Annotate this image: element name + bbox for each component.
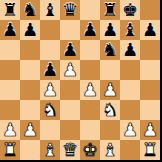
chess-board: ♜♞♝♛♜♚♟♟♟♟♝♟♟♞♟♟♟♟♟♟♞♞♟♟♟♟♜♝♛♚♝♜ [0, 0, 160, 160]
square-e5[interactable] [80, 60, 100, 80]
white-pawn-b2[interactable]: ♟ [22, 120, 38, 140]
white-queen-d1[interactable]: ♛ [62, 140, 78, 160]
black-bishop-g7[interactable]: ♝ [122, 20, 138, 40]
square-f3[interactable]: ♞ [100, 100, 120, 120]
black-knight-f6[interactable]: ♞ [102, 40, 118, 60]
black-king-g8[interactable]: ♚ [122, 0, 138, 20]
square-d5[interactable]: ♟ [60, 60, 80, 80]
square-e8[interactable] [80, 0, 100, 20]
black-pawn-a7[interactable]: ♟ [2, 20, 18, 40]
square-c8[interactable]: ♝ [40, 0, 60, 20]
black-pawn-f7[interactable]: ♟ [102, 20, 118, 40]
white-knight-c3[interactable]: ♞ [42, 100, 58, 120]
black-pawn-h7[interactable]: ♟ [142, 20, 158, 40]
square-a8[interactable]: ♜ [0, 0, 20, 20]
black-knight-b8[interactable]: ♞ [22, 0, 38, 20]
white-pawn-h2[interactable]: ♟ [142, 120, 158, 140]
square-c7[interactable] [40, 20, 60, 40]
square-c4[interactable]: ♟ [40, 80, 60, 100]
square-b8[interactable]: ♞ [20, 0, 40, 20]
square-b7[interactable]: ♟ [20, 20, 40, 40]
square-g5[interactable] [120, 60, 140, 80]
square-d1[interactable]: ♛ [60, 140, 80, 160]
square-f6[interactable]: ♞ [100, 40, 120, 60]
square-h2[interactable]: ♟ [140, 120, 160, 140]
square-b3[interactable] [20, 100, 40, 120]
square-h7[interactable]: ♟ [140, 20, 160, 40]
white-bishop-c1[interactable]: ♝ [42, 140, 58, 160]
square-h8[interactable] [140, 0, 160, 20]
white-pawn-c4[interactable]: ♟ [42, 80, 58, 100]
square-f5[interactable] [100, 60, 120, 80]
square-c5[interactable]: ♟ [40, 60, 60, 80]
square-a6[interactable] [0, 40, 20, 60]
square-e1[interactable]: ♚ [80, 140, 100, 160]
square-d3[interactable] [60, 100, 80, 120]
square-c6[interactable] [40, 40, 60, 60]
white-rook-a1[interactable]: ♜ [2, 140, 18, 160]
square-f1[interactable]: ♝ [100, 140, 120, 160]
square-e6[interactable] [80, 40, 100, 60]
square-f7[interactable]: ♟ [100, 20, 120, 40]
square-b2[interactable]: ♟ [20, 120, 40, 140]
black-pawn-c5[interactable]: ♟ [42, 60, 58, 80]
white-pawn-e4[interactable]: ♟ [82, 80, 98, 100]
chess-board-frame: ♜♞♝♛♜♚♟♟♟♟♝♟♟♞♟♟♟♟♟♟♞♞♟♟♟♟♜♝♛♚♝♜ [0, 0, 162, 162]
square-c2[interactable] [40, 120, 60, 140]
square-g3[interactable] [120, 100, 140, 120]
white-knight-f3[interactable]: ♞ [102, 100, 118, 120]
square-e4[interactable]: ♟ [80, 80, 100, 100]
square-h5[interactable] [140, 60, 160, 80]
square-d4[interactable] [60, 80, 80, 100]
black-rook-f8[interactable]: ♜ [102, 0, 118, 20]
square-h6[interactable] [140, 40, 160, 60]
white-bishop-f1[interactable]: ♝ [102, 140, 118, 160]
square-d6[interactable]: ♟ [60, 40, 80, 60]
square-f2[interactable] [100, 120, 120, 140]
white-rook-h1[interactable]: ♜ [142, 140, 158, 160]
square-h1[interactable]: ♜ [140, 140, 160, 160]
square-e7[interactable]: ♟ [80, 20, 100, 40]
square-d7[interactable] [60, 20, 80, 40]
square-g1[interactable] [120, 140, 140, 160]
square-d8[interactable]: ♛ [60, 0, 80, 20]
square-b4[interactable] [20, 80, 40, 100]
white-pawn-d5[interactable]: ♟ [62, 60, 78, 80]
black-queen-d8[interactable]: ♛ [62, 0, 78, 20]
square-b1[interactable] [20, 140, 40, 160]
square-b5[interactable] [20, 60, 40, 80]
black-pawn-d6[interactable]: ♟ [62, 40, 78, 60]
square-c1[interactable]: ♝ [40, 140, 60, 160]
square-c3[interactable]: ♞ [40, 100, 60, 120]
square-g4[interactable] [120, 80, 140, 100]
square-a1[interactable]: ♜ [0, 140, 20, 160]
square-g2[interactable]: ♟ [120, 120, 140, 140]
black-rook-a8[interactable]: ♜ [2, 0, 18, 20]
square-b6[interactable] [20, 40, 40, 60]
white-pawn-g2[interactable]: ♟ [122, 120, 138, 140]
square-a5[interactable] [0, 60, 20, 80]
black-pawn-e7[interactable]: ♟ [82, 20, 98, 40]
square-g8[interactable]: ♚ [120, 0, 140, 20]
white-king-e1[interactable]: ♚ [82, 140, 98, 160]
square-a3[interactable] [0, 100, 20, 120]
black-pawn-b7[interactable]: ♟ [22, 20, 38, 40]
square-a2[interactable]: ♟ [0, 120, 20, 140]
square-h4[interactable] [140, 80, 160, 100]
square-h3[interactable] [140, 100, 160, 120]
square-a4[interactable] [0, 80, 20, 100]
square-e3[interactable] [80, 100, 100, 120]
square-g6[interactable]: ♟ [120, 40, 140, 60]
white-pawn-f4[interactable]: ♟ [102, 80, 118, 100]
square-f4[interactable]: ♟ [100, 80, 120, 100]
white-pawn-a2[interactable]: ♟ [2, 120, 18, 140]
square-g7[interactable]: ♝ [120, 20, 140, 40]
square-f8[interactable]: ♜ [100, 0, 120, 20]
black-bishop-c8[interactable]: ♝ [42, 0, 58, 20]
square-d2[interactable] [60, 120, 80, 140]
square-a7[interactable]: ♟ [0, 20, 20, 40]
black-pawn-g6[interactable]: ♟ [122, 40, 138, 60]
square-e2[interactable] [80, 120, 100, 140]
